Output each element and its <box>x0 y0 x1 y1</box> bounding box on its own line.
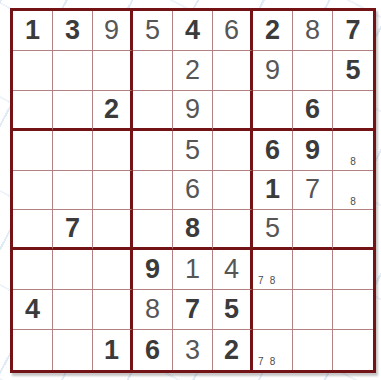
sudoku-board: 1395462872952965698617878591478487516327… <box>10 8 376 373</box>
candidate-digit: 8 <box>267 356 279 368</box>
candidate-digit: 8 <box>347 196 359 208</box>
cell-r7c3[interactable] <box>93 250 133 290</box>
given-digit: 1 <box>25 17 40 44</box>
cell-r3c3[interactable]: 2 <box>93 91 133 131</box>
candidate-marks: 8 <box>335 173 371 208</box>
cell-r9c6[interactable]: 2 <box>213 330 253 370</box>
candidate-digit: 7 <box>255 356 267 368</box>
entered-digit: 9 <box>185 96 200 123</box>
cell-r1c6[interactable]: 6 <box>213 11 253 51</box>
cell-r8c4[interactable]: 8 <box>133 290 173 330</box>
cell-r2c7[interactable]: 9 <box>253 51 293 91</box>
cell-r6c1[interactable] <box>13 210 53 250</box>
entered-digit: 9 <box>265 57 280 84</box>
cell-r6c9[interactable] <box>333 210 373 250</box>
cell-r1c2[interactable]: 3 <box>53 11 93 51</box>
cell-r3c2[interactable] <box>53 91 93 131</box>
cell-r3c5[interactable]: 9 <box>173 91 213 131</box>
cell-r7c6[interactable]: 4 <box>213 250 253 290</box>
cell-r2c4[interactable] <box>133 51 173 91</box>
cell-r1c9[interactable]: 7 <box>333 11 373 51</box>
given-digit: 5 <box>345 57 360 84</box>
entered-digit: 7 <box>305 176 320 203</box>
cell-r6c7[interactable]: 5 <box>253 210 293 250</box>
cell-r2c1[interactable] <box>13 51 53 91</box>
given-digit: 2 <box>265 17 280 44</box>
candidate-digit: 8 <box>347 156 359 168</box>
cell-r9c7[interactable]: 78 <box>253 330 293 370</box>
entered-digit: 5 <box>185 137 200 164</box>
cell-r2c6[interactable] <box>213 51 253 91</box>
cell-r5c7[interactable]: 1 <box>253 171 293 211</box>
cell-r5c6[interactable] <box>213 171 253 211</box>
given-digit: 6 <box>145 337 160 364</box>
cell-r1c4[interactable]: 5 <box>133 11 173 51</box>
given-digit: 7 <box>65 215 80 242</box>
entered-digit: 6 <box>185 176 200 203</box>
given-digit: 2 <box>104 96 119 123</box>
entered-digit: 3 <box>185 337 200 364</box>
entered-digit: 8 <box>145 296 160 323</box>
given-digit: 1 <box>265 176 280 203</box>
given-digit: 7 <box>185 296 200 323</box>
cell-r6c6[interactable] <box>213 210 253 250</box>
cell-r4c1[interactable] <box>13 131 53 171</box>
entered-digit: 2 <box>185 57 200 84</box>
cell-r7c1[interactable] <box>13 250 53 290</box>
cell-r4c3[interactable] <box>93 131 133 171</box>
cell-r7c2[interactable] <box>53 250 93 290</box>
cell-r9c5[interactable]: 3 <box>173 330 213 370</box>
cell-r8c2[interactable] <box>53 290 93 330</box>
cell-r9c3[interactable]: 1 <box>93 330 133 370</box>
cell-r5c3[interactable] <box>93 171 133 211</box>
candidate-marks: 8 <box>335 133 371 168</box>
given-digit: 1 <box>104 337 119 364</box>
cell-r1c3[interactable]: 9 <box>93 11 133 51</box>
cell-r2c9[interactable]: 5 <box>333 51 373 91</box>
cell-r5c8[interactable]: 7 <box>293 171 333 211</box>
given-digit: 6 <box>265 137 280 164</box>
cell-r9c1[interactable] <box>13 330 53 370</box>
entered-digit: 9 <box>104 17 119 44</box>
cell-r8c9[interactable] <box>333 290 373 330</box>
cell-r4c2[interactable] <box>53 131 93 171</box>
candidate-digit: 8 <box>267 276 279 288</box>
cell-r2c2[interactable] <box>53 51 93 91</box>
cell-r6c2[interactable]: 7 <box>53 210 93 250</box>
cell-r4c7[interactable]: 6 <box>253 131 293 171</box>
cell-r5c4[interactable] <box>133 171 173 211</box>
cell-r4c5[interactable]: 5 <box>173 131 213 171</box>
cell-r3c1[interactable] <box>13 91 53 131</box>
cell-r2c8[interactable] <box>293 51 333 91</box>
entered-digit: 5 <box>265 215 280 242</box>
cell-r8c1[interactable]: 4 <box>13 290 53 330</box>
entered-digit: 5 <box>145 17 160 44</box>
cell-r5c5[interactable]: 6 <box>173 171 213 211</box>
cell-r7c5[interactable]: 1 <box>173 250 213 290</box>
cell-r9c4[interactable]: 6 <box>133 330 173 370</box>
given-digit: 9 <box>305 137 320 164</box>
cell-r3c7[interactable] <box>253 91 293 131</box>
given-digit: 7 <box>345 17 360 44</box>
cell-r5c2[interactable] <box>53 171 93 211</box>
cell-r9c2[interactable] <box>53 330 93 370</box>
cell-r4c6[interactable] <box>213 131 253 171</box>
candidate-digit: 7 <box>255 276 267 288</box>
given-digit: 5 <box>224 296 239 323</box>
given-digit: 6 <box>305 96 320 123</box>
cell-r6c5[interactable]: 8 <box>173 210 213 250</box>
cell-r9c9[interactable] <box>333 330 373 370</box>
cell-r8c6[interactable]: 5 <box>213 290 253 330</box>
cell-r3c4[interactable] <box>133 91 173 131</box>
cell-r4c9[interactable]: 8 <box>333 131 373 171</box>
given-digit: 8 <box>185 215 200 242</box>
given-digit: 4 <box>185 17 200 44</box>
given-digit: 9 <box>145 256 160 283</box>
cell-r8c7[interactable] <box>253 290 293 330</box>
cell-r8c5[interactable]: 7 <box>173 290 213 330</box>
cell-r1c8[interactable]: 8 <box>293 11 333 51</box>
cell-r5c1[interactable] <box>13 171 53 211</box>
candidate-marks: 78 <box>255 252 290 287</box>
entered-digit: 6 <box>224 17 239 44</box>
cell-r8c8[interactable] <box>293 290 333 330</box>
cell-r6c4[interactable] <box>133 210 173 250</box>
cell-r4c8[interactable]: 9 <box>293 131 333 171</box>
cell-r3c6[interactable] <box>213 91 253 131</box>
given-digit: 4 <box>25 296 40 323</box>
cell-r4c4[interactable] <box>133 131 173 171</box>
entered-digit: 1 <box>185 256 200 283</box>
cell-r7c8[interactable] <box>293 250 333 290</box>
entered-digit: 8 <box>305 17 320 44</box>
cell-r5c9[interactable]: 8 <box>333 171 373 211</box>
cell-r7c4[interactable]: 9 <box>133 250 173 290</box>
cell-r6c8[interactable] <box>293 210 333 250</box>
cell-r2c5[interactable]: 2 <box>173 51 213 91</box>
cell-r1c5[interactable]: 4 <box>173 11 213 51</box>
given-digit: 2 <box>224 337 239 364</box>
cell-r1c1[interactable]: 1 <box>13 11 53 51</box>
cell-r8c3[interactable] <box>93 290 133 330</box>
cell-r1c7[interactable]: 2 <box>253 11 293 51</box>
cell-r7c9[interactable] <box>333 250 373 290</box>
entered-digit: 4 <box>224 256 239 283</box>
given-digit: 3 <box>65 17 80 44</box>
cell-r3c8[interactable]: 6 <box>293 91 333 131</box>
cell-r6c3[interactable] <box>93 210 133 250</box>
cell-r3c9[interactable] <box>333 91 373 131</box>
candidate-marks: 78 <box>255 332 290 368</box>
cell-r2c3[interactable] <box>93 51 133 91</box>
cell-r9c8[interactable] <box>293 330 333 370</box>
cell-r7c7[interactable]: 78 <box>253 250 293 290</box>
